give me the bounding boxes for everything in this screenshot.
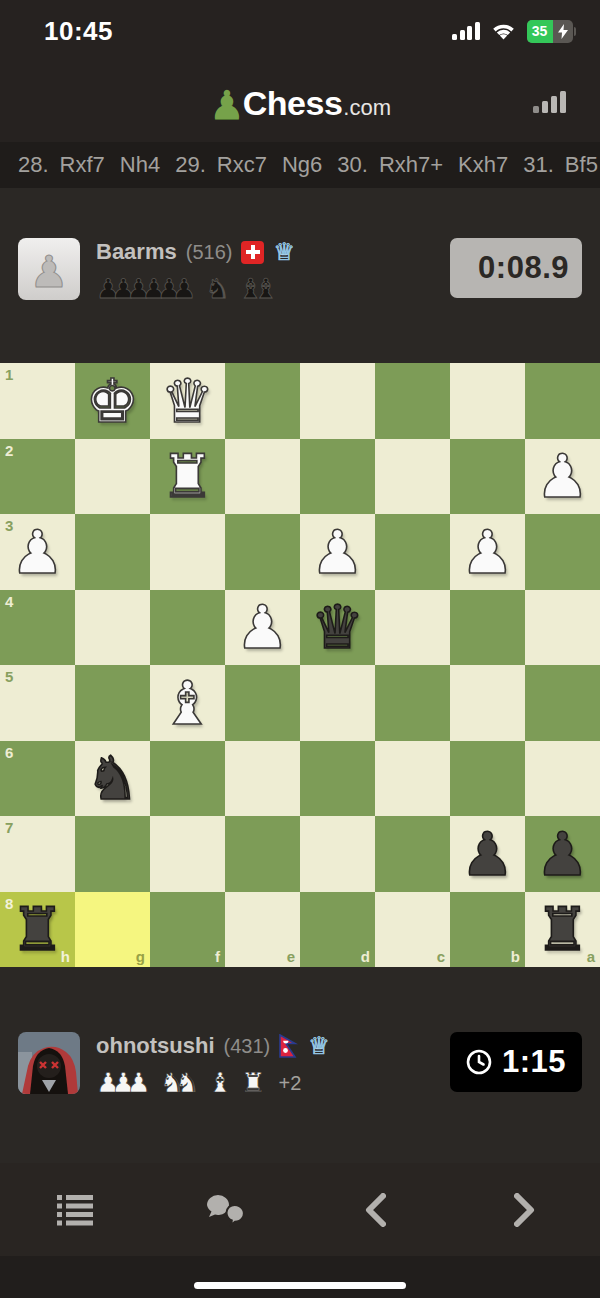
player-card-bottom: ohnotsushi (431) ♕ ♟♟♟♞♞♝♜ +2 1:15: [0, 1032, 600, 1098]
nepal-flag-icon: [279, 1034, 299, 1059]
square-e6[interactable]: [225, 741, 300, 817]
piece-white-pawn[interactable]: ♟: [300, 514, 375, 590]
move-number[interactable]: 31.: [523, 152, 554, 178]
svg-text:♟: ♟: [29, 246, 68, 297]
square-g4[interactable]: [75, 590, 150, 666]
square-d8[interactable]: d: [300, 892, 375, 968]
square-d7[interactable]: [300, 816, 375, 892]
square-c6[interactable]: [375, 741, 450, 817]
square-h7[interactable]: 7: [0, 816, 75, 892]
rank-label-2: 2: [5, 442, 13, 459]
piece-black-rook[interactable]: ♜: [525, 892, 600, 968]
app-header: ♟ Chess .com: [0, 62, 600, 142]
player-card-top: ♟ Baarms (516) ♕ ♟♟♟♟♟♟♞♝♝ 0:08.9: [0, 238, 600, 304]
square-a4[interactable]: [525, 590, 600, 666]
square-c2[interactable]: [375, 439, 450, 515]
move-token[interactable]: Kxh7: [458, 152, 508, 178]
square-h6[interactable]: 6: [0, 741, 75, 817]
square-a6[interactable]: [525, 741, 600, 817]
move-number[interactable]: 30.: [337, 152, 368, 178]
square-d2[interactable]: [300, 439, 375, 515]
move-list-button[interactable]: [0, 1163, 150, 1256]
captured-n-group: ♞♞: [160, 1069, 199, 1097]
piece-white-pawn[interactable]: ♟: [525, 439, 600, 515]
file-label-e: e: [287, 948, 295, 965]
square-g7[interactable]: [75, 816, 150, 892]
square-h8[interactable]: 8h♜: [0, 892, 75, 968]
battery-percent: 35: [527, 20, 553, 43]
logo-tld: .com: [343, 95, 391, 121]
move-token[interactable]: Rxf7: [60, 152, 105, 178]
square-a2[interactable]: ♟: [525, 439, 600, 515]
rank-label-1: 1: [5, 366, 13, 383]
square-g5[interactable]: [75, 665, 150, 741]
logo-text: Chess: [243, 84, 343, 123]
avatar-top[interactable]: ♟: [18, 238, 80, 300]
captured-b-group: ♝: [208, 1069, 232, 1097]
square-f2[interactable]: ♜: [150, 439, 225, 515]
square-f5[interactable]: ♝: [150, 665, 225, 741]
file-label-g: g: [136, 948, 145, 965]
move-token[interactable]: Ng6: [282, 152, 322, 178]
previous-move-button[interactable]: [300, 1163, 450, 1256]
logo-pawn-icon: ♟: [209, 85, 245, 125]
square-d6[interactable]: [300, 741, 375, 817]
square-b2[interactable]: [450, 439, 525, 515]
player-rating-top: (516): [186, 241, 233, 264]
square-c1[interactable]: [375, 363, 450, 439]
square-h2[interactable]: 2: [0, 439, 75, 515]
piece-black-pawn[interactable]: ♟: [450, 816, 525, 892]
captured-r-group: ♜: [241, 1069, 265, 1097]
bottom-safe-area: [0, 1256, 600, 1298]
square-h1[interactable]: 1: [0, 363, 75, 439]
square-c5[interactable]: [375, 665, 450, 741]
square-c7[interactable]: [375, 816, 450, 892]
file-label-c: c: [437, 948, 445, 965]
square-d4[interactable]: ♛: [300, 590, 375, 666]
switzerland-flag-icon: [241, 241, 264, 264]
move-token[interactable]: Bf5: [565, 152, 598, 178]
clock-bottom: 1:15: [450, 1032, 582, 1092]
bottom-nav: [0, 1163, 600, 1256]
home-indicator[interactable]: [194, 1282, 406, 1289]
square-f3[interactable]: [150, 514, 225, 590]
chess-board: 1♚♛2♜♟3♟♟♟4♟♛5♝6♞7♟♟8h♜gfedcba♜: [0, 363, 600, 967]
piece-white-bishop[interactable]: ♝: [150, 665, 225, 741]
captured-p-group: ♟♟♟: [96, 1069, 151, 1097]
battery-icon: 35: [527, 20, 577, 43]
square-g3[interactable]: [75, 514, 150, 590]
square-e7[interactable]: [225, 816, 300, 892]
status-bar: 10:45 35: [0, 0, 600, 62]
connection-bars-icon: [533, 91, 566, 113]
square-a7[interactable]: ♟: [525, 816, 600, 892]
piece-white-queen[interactable]: ♛: [150, 363, 225, 439]
player-rating-bottom: (431): [224, 1035, 271, 1058]
move-number[interactable]: 28.: [18, 152, 49, 178]
player-name-top[interactable]: Baarms: [96, 239, 177, 265]
square-e1[interactable]: [225, 363, 300, 439]
captured-b-group: ♝♝: [239, 275, 278, 303]
square-b4[interactable]: [450, 590, 525, 666]
square-f1[interactable]: ♛: [150, 363, 225, 439]
move-token[interactable]: Rxh7+: [379, 152, 443, 178]
square-g2[interactable]: [75, 439, 150, 515]
piece-white-pawn[interactable]: ♟: [225, 590, 300, 666]
square-h4[interactable]: 4: [0, 590, 75, 666]
membership-crown-icon: ♕: [273, 240, 295, 264]
captured-pieces-bottom: ♟♟♟♞♞♝♜ +2: [96, 1068, 450, 1098]
square-e3[interactable]: [225, 514, 300, 590]
square-b6[interactable]: [450, 741, 525, 817]
square-d5[interactable]: [300, 665, 375, 741]
rank-label-5: 5: [5, 668, 13, 685]
player-name-bottom[interactable]: ohnotsushi: [96, 1033, 215, 1059]
square-a1[interactable]: [525, 363, 600, 439]
square-f8[interactable]: f: [150, 892, 225, 968]
piece-white-king[interactable]: ♚: [75, 363, 150, 439]
battery-bolt-icon: [553, 20, 573, 43]
square-d1[interactable]: [300, 363, 375, 439]
square-a8[interactable]: a♜: [525, 892, 600, 968]
square-c4[interactable]: [375, 590, 450, 666]
next-move-button[interactable]: [450, 1163, 600, 1256]
material-advantage: +2: [279, 1072, 302, 1095]
captured-p-group: ♟♟♟♟♟♟: [96, 275, 196, 303]
square-e5[interactable]: [225, 665, 300, 741]
square-e2[interactable]: [225, 439, 300, 515]
move-token[interactable]: Nh4: [120, 152, 160, 178]
status-time: 10:45: [44, 16, 113, 47]
square-f7[interactable]: [150, 816, 225, 892]
piece-white-rook[interactable]: ♜: [150, 439, 225, 515]
square-f4[interactable]: [150, 590, 225, 666]
piece-white-pawn[interactable]: ♟: [0, 514, 75, 590]
square-a3[interactable]: [525, 514, 600, 590]
file-label-f: f: [215, 948, 220, 965]
square-b5[interactable]: [450, 665, 525, 741]
move-list-bar[interactable]: 28.Rxf7Nh429.Rxc7Ng630.Rxh7+Kxh731.Bf5Rh…: [0, 142, 600, 188]
rank-label-4: 4: [5, 593, 13, 610]
square-g6[interactable]: ♞: [75, 741, 150, 817]
file-label-b: b: [511, 948, 520, 965]
square-c8[interactable]: c: [375, 892, 450, 968]
piece-black-queen[interactable]: ♛: [300, 590, 375, 666]
move-token[interactable]: Rxc7: [217, 152, 267, 178]
piece-black-rook[interactable]: ♜: [0, 892, 75, 968]
square-c3[interactable]: [375, 514, 450, 590]
chesscom-logo: ♟ Chess .com: [209, 81, 391, 123]
square-f6[interactable]: [150, 741, 225, 817]
square-h3[interactable]: 3♟: [0, 514, 75, 590]
move-number[interactable]: 29.: [175, 152, 206, 178]
cellular-signal-icon: [452, 22, 480, 40]
chat-button[interactable]: [150, 1163, 300, 1256]
membership-crown-icon: ♕: [308, 1034, 330, 1058]
square-g8[interactable]: g: [75, 892, 150, 968]
square-e4[interactable]: ♟: [225, 590, 300, 666]
square-b8[interactable]: b: [450, 892, 525, 968]
avatar-bottom[interactable]: [18, 1032, 80, 1094]
square-b3[interactable]: ♟: [450, 514, 525, 590]
file-label-d: d: [361, 948, 370, 965]
piece-black-pawn[interactable]: ♟: [525, 816, 600, 892]
square-h5[interactable]: 5: [0, 665, 75, 741]
clock-top: 0:08.9: [450, 238, 582, 298]
square-a5[interactable]: [525, 665, 600, 741]
square-b1[interactable]: [450, 363, 525, 439]
captured-pieces-top: ♟♟♟♟♟♟♞♝♝: [96, 274, 450, 304]
square-g1[interactable]: ♚: [75, 363, 150, 439]
wifi-icon: [490, 21, 517, 41]
clock-icon: [466, 1049, 492, 1075]
square-d3[interactable]: ♟: [300, 514, 375, 590]
rank-label-7: 7: [5, 819, 13, 836]
square-e8[interactable]: e: [225, 892, 300, 968]
square-b7[interactable]: ♟: [450, 816, 525, 892]
piece-black-knight[interactable]: ♞: [75, 741, 150, 817]
captured-n-group: ♞: [205, 275, 229, 303]
rank-label-6: 6: [5, 744, 13, 761]
piece-white-pawn[interactable]: ♟: [450, 514, 525, 590]
